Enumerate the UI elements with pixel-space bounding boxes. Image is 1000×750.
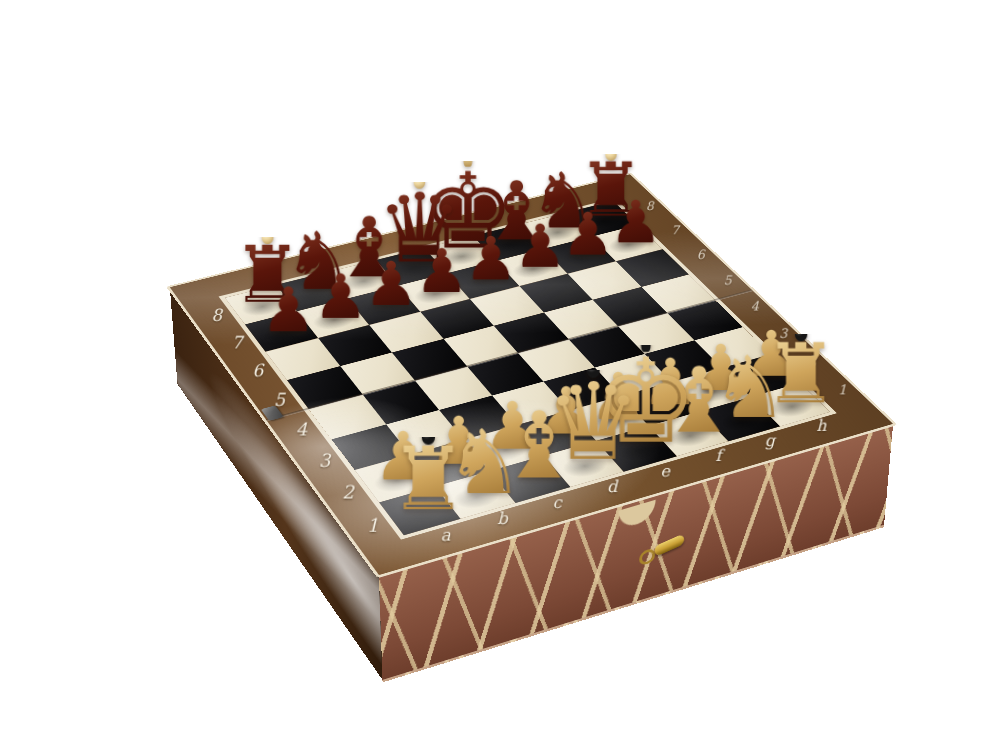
chess-box: ♜♞♝♛♚♝♞♜♟♟♟♟♟♟♟♟♟♟♟♟♟♟♟♟♜♞♝♛♚♝♞♜ 8765432…	[166, 172, 897, 577]
black-finial-icon	[641, 324, 651, 352]
brass-clasp-icon	[654, 534, 685, 557]
wood-finial-icon	[605, 148, 616, 161]
rank-label-left-4: 4	[288, 419, 315, 440]
clasp-ring-icon	[639, 547, 655, 566]
square-a6[interactable]	[266, 338, 340, 380]
rank-label-left-6: 6	[245, 360, 271, 380]
file-label-a: a	[432, 525, 461, 545]
fold-hinge-icon	[261, 405, 284, 420]
rank-label-left-3: 3	[311, 450, 339, 471]
black-finial-icon	[587, 363, 600, 378]
wood-finial-icon	[464, 142, 473, 167]
wood-finial-icon	[262, 230, 274, 244]
square-a7[interactable]: ♟	[245, 311, 318, 351]
wood-finial-icon	[413, 175, 424, 188]
black-finial-icon	[422, 429, 435, 444]
square-a1[interactable]: ♜	[379, 486, 460, 535]
black-finial-icon	[794, 327, 806, 341]
carved-fan-motif	[614, 499, 658, 534]
product-photo-scene: ♜♞♝♛♚♝♞♜♟♟♟♟♟♟♟♟♟♟♟♟♟♟♟♟♜♞♝♛♚♝♞♜ 8765432…	[0, 0, 1000, 750]
piece-black-pawn-a7[interactable]: ♟	[229, 281, 348, 341]
piece-white-rook-a1[interactable]: ♜	[363, 437, 494, 523]
